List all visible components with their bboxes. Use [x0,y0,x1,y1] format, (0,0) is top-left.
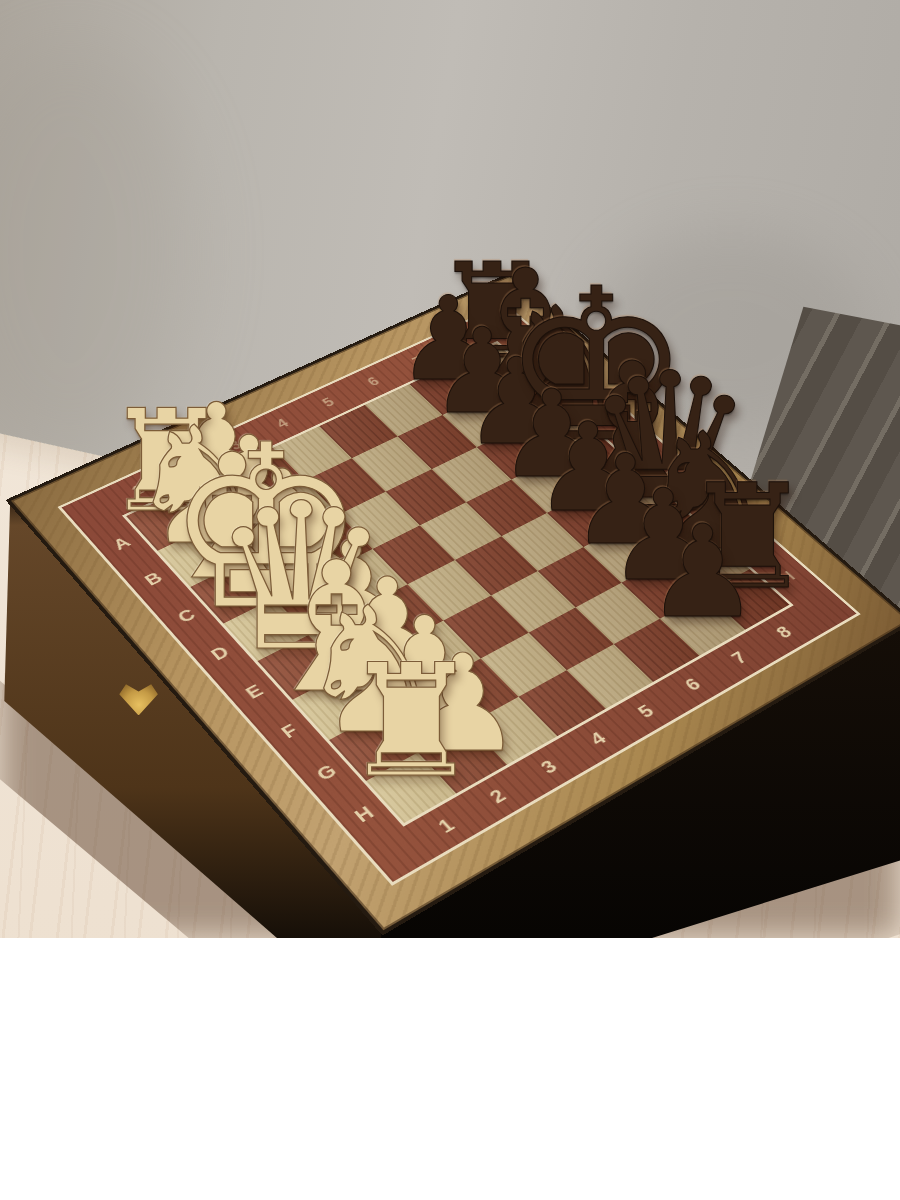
letterbox-white-band [0,938,900,1200]
photo: ABCDEFGH ABCDEFGH 87654321 87654321 ♜♞♝♚… [0,0,900,938]
screenshot: ABCDEFGH ABCDEFGH 87654321 87654321 ♜♞♝♚… [0,0,900,1200]
